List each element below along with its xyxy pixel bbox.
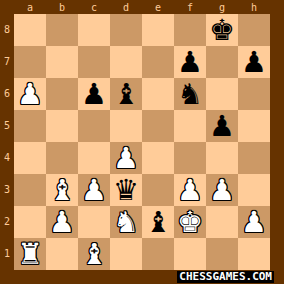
piece-white-pawn: ♟ [241,206,267,238]
watermark: CHESSGAMES.COM [177,271,274,283]
square-b5[interactable] [46,110,78,142]
square-e7[interactable] [142,46,174,78]
file-label-g: g [206,0,238,14]
square-d4[interactable]: ♟ [110,142,142,174]
square-b6[interactable] [46,78,78,110]
file-label-e: e [142,0,174,14]
square-a4[interactable] [14,142,46,174]
square-e5[interactable] [142,110,174,142]
square-b7[interactable] [46,46,78,78]
square-f4[interactable] [174,142,206,174]
square-c4[interactable] [78,142,110,174]
square-c2[interactable] [78,206,110,238]
piece-black-pawn: ♟ [209,110,235,142]
piece-black-knight: ♞ [177,78,203,110]
square-f8[interactable] [174,14,206,46]
rank-label-3: 3 [0,174,14,206]
square-a6[interactable]: ♟ [14,78,46,110]
square-b2[interactable]: ♟ [46,206,78,238]
square-g5[interactable]: ♟ [206,110,238,142]
square-e4[interactable] [142,142,174,174]
file-label-b: b [46,0,78,14]
square-g2[interactable] [206,206,238,238]
square-g3[interactable]: ♟ [206,174,238,206]
rank-label-6: 6 [0,78,14,110]
square-h6[interactable] [238,78,270,110]
file-label-c: c [78,0,110,14]
square-d8[interactable] [110,14,142,46]
square-b1[interactable] [46,238,78,270]
square-c6[interactable]: ♟ [78,78,110,110]
rank-label-1: 1 [0,238,14,270]
piece-white-pawn: ♟ [177,174,203,206]
square-h2[interactable]: ♟ [238,206,270,238]
rank-label-7: 7 [0,46,14,78]
square-d3[interactable]: ♛ [110,174,142,206]
square-f5[interactable] [174,110,206,142]
square-d2[interactable]: ♞ [110,206,142,238]
square-c8[interactable] [78,14,110,46]
square-g6[interactable] [206,78,238,110]
square-b3[interactable]: ♝ [46,174,78,206]
square-d7[interactable] [110,46,142,78]
square-h1[interactable] [238,238,270,270]
file-label-a: a [14,0,46,14]
square-f2[interactable]: ♚ [174,206,206,238]
square-a5[interactable] [14,110,46,142]
square-h8[interactable] [238,14,270,46]
piece-black-pawn: ♟ [177,46,203,78]
square-g1[interactable] [206,238,238,270]
square-c1[interactable]: ♝ [78,238,110,270]
square-e8[interactable] [142,14,174,46]
piece-white-pawn: ♟ [17,78,43,110]
piece-black-pawn: ♟ [241,46,267,78]
rank-label-2: 2 [0,206,14,238]
square-e3[interactable] [142,174,174,206]
square-d1[interactable] [110,238,142,270]
square-h3[interactable] [238,174,270,206]
piece-white-pawn: ♟ [113,142,139,174]
square-a1[interactable]: ♜ [14,238,46,270]
square-f1[interactable] [174,238,206,270]
square-f6[interactable]: ♞ [174,78,206,110]
file-label-f: f [174,0,206,14]
piece-white-pawn: ♟ [49,206,75,238]
square-h5[interactable] [238,110,270,142]
piece-black-king: ♚ [209,14,235,46]
square-h4[interactable] [238,142,270,174]
square-e6[interactable] [142,78,174,110]
square-b4[interactable] [46,142,78,174]
square-e2[interactable]: ♝ [142,206,174,238]
square-a3[interactable] [14,174,46,206]
piece-black-pawn: ♟ [81,78,107,110]
square-a2[interactable] [14,206,46,238]
rank-label-5: 5 [0,110,14,142]
rank-label-8: 8 [0,14,14,46]
piece-white-pawn: ♟ [209,174,235,206]
square-a7[interactable] [14,46,46,78]
square-e1[interactable] [142,238,174,270]
piece-black-bishop: ♝ [113,78,139,110]
piece-white-bishop: ♝ [81,238,107,270]
file-label-d: d [110,0,142,14]
square-c3[interactable]: ♟ [78,174,110,206]
piece-white-bishop: ♝ [49,174,75,206]
square-f3[interactable]: ♟ [174,174,206,206]
square-g7[interactable] [206,46,238,78]
square-g8[interactable]: ♚ [206,14,238,46]
square-g4[interactable] [206,142,238,174]
piece-white-pawn: ♟ [81,174,107,206]
chess-board: ♚♟♟♟♟♝♞♟♟♝♟♛♟♟♟♞♝♚♟♜♝ [14,14,270,270]
piece-white-king: ♚ [177,206,203,238]
square-f7[interactable]: ♟ [174,46,206,78]
square-d6[interactable]: ♝ [110,78,142,110]
square-d5[interactable] [110,110,142,142]
square-h7[interactable]: ♟ [238,46,270,78]
square-b8[interactable] [46,14,78,46]
chess-diagram: abcdefgh 87654321 ♚♟♟♟♟♝♞♟♟♝♟♛♟♟♟♞♝♚♟♜♝ … [0,0,284,284]
square-a8[interactable] [14,14,46,46]
piece-black-bishop: ♝ [145,206,171,238]
piece-black-queen: ♛ [113,174,139,206]
rank-label-4: 4 [0,142,14,174]
piece-white-rook: ♜ [17,238,43,270]
square-c7[interactable] [78,46,110,78]
piece-white-knight: ♞ [113,206,139,238]
file-label-h: h [238,0,270,14]
square-c5[interactable] [78,110,110,142]
